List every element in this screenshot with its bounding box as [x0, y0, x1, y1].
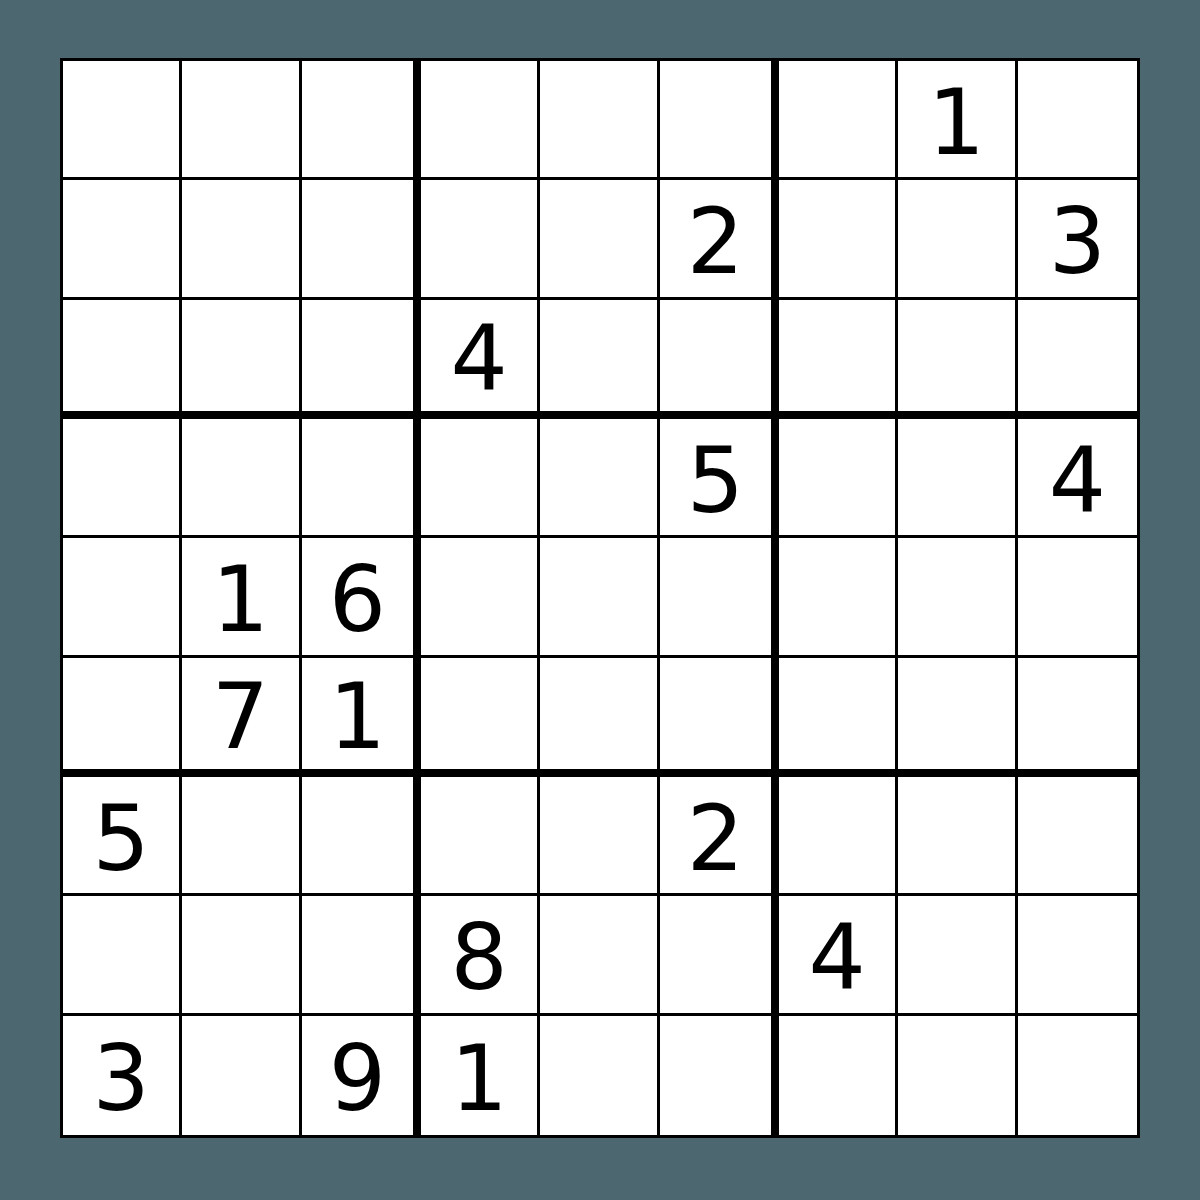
- cell-r2c1[interactable]: [63, 180, 182, 299]
- cell-r7c9[interactable]: [1018, 777, 1137, 896]
- given-digit: 2: [687, 794, 744, 884]
- given-digit: 5: [93, 794, 150, 884]
- cell-r9c3: 9: [302, 1016, 421, 1135]
- cell-r5c4[interactable]: [421, 538, 540, 657]
- cell-r9c5[interactable]: [540, 1016, 659, 1135]
- cell-r2c8[interactable]: [898, 180, 1017, 299]
- cell-r4c6: 5: [660, 419, 779, 538]
- cell-r4c7[interactable]: [779, 419, 898, 538]
- cell-r7c7[interactable]: [779, 777, 898, 896]
- given-digit: 1: [451, 1034, 508, 1124]
- cell-r9c2[interactable]: [182, 1016, 301, 1135]
- cell-r1c2[interactable]: [182, 61, 301, 180]
- cell-r5c3: 6: [302, 538, 421, 657]
- cell-r7c5[interactable]: [540, 777, 659, 896]
- given-digit: 6: [329, 555, 386, 645]
- cell-r5c5[interactable]: [540, 538, 659, 657]
- cell-r2c9: 3: [1018, 180, 1137, 299]
- given-digit: 3: [93, 1034, 150, 1124]
- given-digit: 3: [1049, 197, 1106, 287]
- sudoku-board: 12345416715284391: [60, 58, 1140, 1138]
- cell-r1c1[interactable]: [63, 61, 182, 180]
- cell-r8c1[interactable]: [63, 896, 182, 1015]
- cell-r7c6: 2: [660, 777, 779, 896]
- cell-r3c2[interactable]: [182, 300, 301, 419]
- cell-r7c4[interactable]: [421, 777, 540, 896]
- cell-r4c5[interactable]: [540, 419, 659, 538]
- cell-r8c4: 8: [421, 896, 540, 1015]
- cell-r2c5[interactable]: [540, 180, 659, 299]
- cell-r9c9: [1018, 1016, 1137, 1135]
- cell-r4c8[interactable]: [898, 419, 1017, 538]
- cell-r8c5[interactable]: [540, 896, 659, 1015]
- cell-r9c4: 1: [421, 1016, 540, 1135]
- cell-r3c8[interactable]: [898, 300, 1017, 419]
- cell-r9c8[interactable]: [898, 1016, 1017, 1135]
- cell-r3c1[interactable]: [63, 300, 182, 419]
- cell-r5c6[interactable]: [660, 538, 779, 657]
- cell-r4c2[interactable]: [182, 419, 301, 538]
- cell-r8c6[interactable]: [660, 896, 779, 1015]
- cell-r1c4[interactable]: [421, 61, 540, 180]
- cell-r5c7[interactable]: [779, 538, 898, 657]
- cell-r6c7[interactable]: [779, 658, 898, 777]
- page-background: 12345416715284391: [0, 0, 1200, 1200]
- cell-r6c6[interactable]: [660, 658, 779, 777]
- cell-r5c2: 1: [182, 538, 301, 657]
- cell-r2c3[interactable]: [302, 180, 421, 299]
- cell-r4c3[interactable]: [302, 419, 421, 538]
- given-digit: 4: [809, 913, 866, 1003]
- cell-r5c1[interactable]: [63, 538, 182, 657]
- given-digit: 1: [928, 78, 985, 168]
- given-digit: 8: [451, 913, 508, 1003]
- given-digit: 1: [329, 672, 386, 762]
- cell-r5c8[interactable]: [898, 538, 1017, 657]
- given-digit: 5: [687, 436, 744, 526]
- cell-r8c8[interactable]: [898, 896, 1017, 1015]
- cell-r8c9[interactable]: [1018, 896, 1137, 1015]
- cell-r8c7: 4: [779, 896, 898, 1015]
- cell-r8c3[interactable]: [302, 896, 421, 1015]
- cell-r1c7[interactable]: [779, 61, 898, 180]
- cell-r7c1: 5: [63, 777, 182, 896]
- cell-r2c7[interactable]: [779, 180, 898, 299]
- cell-r2c2[interactable]: [182, 180, 301, 299]
- cell-r4c4[interactable]: [421, 419, 540, 538]
- cell-r1c5[interactable]: [540, 61, 659, 180]
- cell-r3c9[interactable]: [1018, 300, 1137, 419]
- cell-r6c3: 1: [302, 658, 421, 777]
- cell-r4c9: 4: [1018, 419, 1137, 538]
- cell-r5c9[interactable]: [1018, 538, 1137, 657]
- cell-r3c6[interactable]: [660, 300, 779, 419]
- cell-r1c9[interactable]: [1018, 61, 1137, 180]
- cell-r7c8[interactable]: [898, 777, 1017, 896]
- cell-r6c1[interactable]: [63, 658, 182, 777]
- cell-r3c3[interactable]: [302, 300, 421, 419]
- given-digit: 9: [329, 1034, 386, 1124]
- cell-r2c4[interactable]: [421, 180, 540, 299]
- cell-r3c7[interactable]: [779, 300, 898, 419]
- given-digit: 1: [212, 555, 269, 645]
- cell-r1c6[interactable]: [660, 61, 779, 180]
- cell-r3c5[interactable]: [540, 300, 659, 419]
- cell-r4c1[interactable]: [63, 419, 182, 538]
- cell-r9c6[interactable]: [660, 1016, 779, 1135]
- cell-r6c5[interactable]: [540, 658, 659, 777]
- cell-r9c1: 3: [63, 1016, 182, 1135]
- cell-r9c7[interactable]: [779, 1016, 898, 1135]
- cell-r6c8[interactable]: [898, 658, 1017, 777]
- cell-r6c9[interactable]: [1018, 658, 1137, 777]
- given-digit: 4: [1049, 436, 1106, 526]
- given-digit: 4: [451, 314, 508, 404]
- given-digit: 2: [687, 197, 744, 287]
- cell-r1c3[interactable]: [302, 61, 421, 180]
- cell-r8c2[interactable]: [182, 896, 301, 1015]
- cell-r1c8: 1: [898, 61, 1017, 180]
- cell-r7c2[interactable]: [182, 777, 301, 896]
- cell-r6c2: 7: [182, 658, 301, 777]
- cell-r6c4[interactable]: [421, 658, 540, 777]
- given-digit: 7: [212, 672, 269, 762]
- cell-r7c3[interactable]: [302, 777, 421, 896]
- cell-r3c4: 4: [421, 300, 540, 419]
- cell-r2c6: 2: [660, 180, 779, 299]
